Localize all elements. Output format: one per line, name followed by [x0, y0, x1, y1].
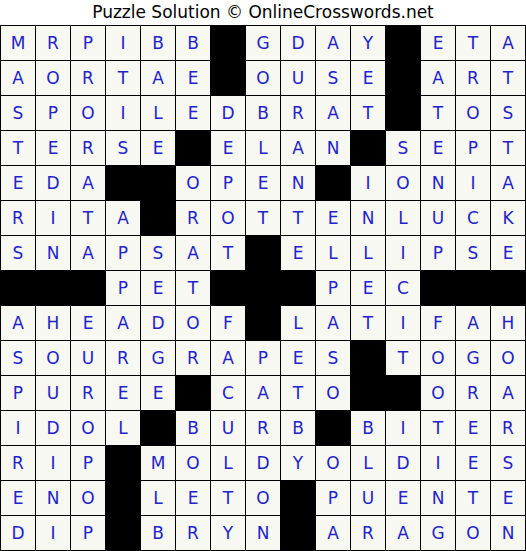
block-cell-r10c11: [351, 341, 385, 375]
letter-cell-r13c10: O: [316, 446, 350, 480]
letter-cell-r3c3: O: [71, 96, 105, 130]
letter-cell-r6c4: A: [106, 201, 140, 235]
letter-cell-r6c3: T: [71, 201, 105, 235]
letter-cell-r14c14: T: [456, 481, 490, 515]
letter-cell-r15c13: G: [421, 516, 455, 550]
letter-cell-r10c4: R: [106, 341, 140, 375]
letter-cell-r11c3: R: [71, 376, 105, 410]
letter-cell-r10c13: O: [421, 341, 455, 375]
block-cell-r1c7: [211, 26, 245, 60]
letter-cell-r9c2: H: [36, 306, 70, 340]
letter-cell-r11c8: A: [246, 376, 280, 410]
letter-cell-r14c2: N: [36, 481, 70, 515]
letter-cell-r12c8: R: [246, 411, 280, 445]
letter-cell-r2c13: A: [421, 61, 455, 95]
letter-cell-r3c6: E: [176, 96, 210, 130]
letter-cell-r8c12: C: [386, 271, 420, 305]
letter-cell-r15c14: O: [456, 516, 490, 550]
letter-cell-r6c12: L: [386, 201, 420, 235]
letter-cell-r1c15: A: [491, 26, 525, 60]
letter-cell-r4c5: E: [141, 131, 175, 165]
block-cell-r5c4: [106, 166, 140, 200]
letter-cell-r7c13: P: [421, 236, 455, 270]
block-cell-r3c12: [386, 96, 420, 130]
letter-cell-r10c7: A: [211, 341, 245, 375]
letter-cell-r13c7: L: [211, 446, 245, 480]
block-cell-r8c7: [211, 271, 245, 305]
block-cell-r13c4: [106, 446, 140, 480]
letter-cell-r14c1: E: [1, 481, 35, 515]
letter-cell-r7c1: S: [1, 236, 35, 270]
letter-cell-r2c10: S: [316, 61, 350, 95]
letter-cell-r14c8: O: [246, 481, 280, 515]
letter-cell-r6c2: I: [36, 201, 70, 235]
letter-cell-r3c2: P: [36, 96, 70, 130]
letter-cell-r14c6: E: [176, 481, 210, 515]
letter-cell-r11c14: R: [456, 376, 490, 410]
letter-cell-r13c6: O: [176, 446, 210, 480]
letter-cell-r10c6: R: [176, 341, 210, 375]
block-cell-r11c12: [386, 376, 420, 410]
letter-cell-r7c9: E: [281, 236, 315, 270]
letter-cell-r13c2: I: [36, 446, 70, 480]
letter-cell-r7c11: L: [351, 236, 385, 270]
letter-cell-r5c3: A: [71, 166, 105, 200]
letter-cell-r10c5: G: [141, 341, 175, 375]
block-cell-r2c7: [211, 61, 245, 95]
block-cell-r11c6: [176, 376, 210, 410]
letter-cell-r13c13: I: [421, 446, 455, 480]
letter-cell-r1c5: B: [141, 26, 175, 60]
letter-cell-r4c10: N: [316, 131, 350, 165]
letter-cell-r5c13: N: [421, 166, 455, 200]
letter-cell-r4c15: T: [491, 131, 525, 165]
block-cell-r4c6: [176, 131, 210, 165]
letter-cell-r10c14: G: [456, 341, 490, 375]
block-cell-r8c14: [456, 271, 490, 305]
letter-cell-r1c14: T: [456, 26, 490, 60]
letter-cell-r13c15: S: [491, 446, 525, 480]
letter-cell-r12c14: E: [456, 411, 490, 445]
block-cell-r15c4: [106, 516, 140, 550]
letter-cell-r7c10: L: [316, 236, 350, 270]
letter-cell-r4c1: T: [1, 131, 35, 165]
letter-cell-r4c3: R: [71, 131, 105, 165]
crossword-grid: MRPIBBGDAYETAAORTAEOUSEARTSPOILEDBRATTOS…: [0, 25, 526, 551]
letter-cell-r15c3: P: [71, 516, 105, 550]
letter-cell-r15c6: R: [176, 516, 210, 550]
letter-cell-r11c9: T: [281, 376, 315, 410]
letter-cell-r6c7: O: [211, 201, 245, 235]
block-cell-r14c4: [106, 481, 140, 515]
letter-cell-r3c11: T: [351, 96, 385, 130]
letter-cell-r2c1: A: [1, 61, 35, 95]
letter-cell-r7c5: S: [141, 236, 175, 270]
letter-cell-r9c9: L: [281, 306, 315, 340]
block-cell-r12c5: [141, 411, 175, 445]
letter-cell-r11c5: E: [141, 376, 175, 410]
letter-cell-r6c11: N: [351, 201, 385, 235]
letter-cell-r15c2: I: [36, 516, 70, 550]
letter-cell-r1c13: E: [421, 26, 455, 60]
letter-cell-r7c2: N: [36, 236, 70, 270]
block-cell-r5c5: [141, 166, 175, 200]
letter-cell-r9c11: T: [351, 306, 385, 340]
letter-cell-r11c2: U: [36, 376, 70, 410]
letter-cell-r6c8: T: [246, 201, 280, 235]
letter-cell-r13c9: Y: [281, 446, 315, 480]
letter-cell-r10c15: O: [491, 341, 525, 375]
letter-cell-r11c7: C: [211, 376, 245, 410]
letter-cell-r5c7: P: [211, 166, 245, 200]
block-cell-r11c11: [351, 376, 385, 410]
letter-cell-r8c6: T: [176, 271, 210, 305]
block-cell-r4c11: [351, 131, 385, 165]
letter-cell-r5c6: O: [176, 166, 210, 200]
letter-cell-r13c3: P: [71, 446, 105, 480]
letter-cell-r1c6: B: [176, 26, 210, 60]
letter-cell-r11c4: E: [106, 376, 140, 410]
letter-cell-r13c8: D: [246, 446, 280, 480]
letter-cell-r13c11: L: [351, 446, 385, 480]
letter-cell-r14c15: E: [491, 481, 525, 515]
letter-cell-r3c1: S: [1, 96, 35, 130]
letter-cell-r10c1: S: [1, 341, 35, 375]
block-cell-r9c8: [246, 306, 280, 340]
letter-cell-r2c8: O: [246, 61, 280, 95]
letter-cell-r9c13: F: [421, 306, 455, 340]
letter-cell-r15c7: Y: [211, 516, 245, 550]
letter-cell-r7c7: T: [211, 236, 245, 270]
letter-cell-r11c15: A: [491, 376, 525, 410]
letter-cell-r1c1: M: [1, 26, 35, 60]
letter-cell-r11c10: O: [316, 376, 350, 410]
letter-cell-r15c11: R: [351, 516, 385, 550]
letter-cell-r9c7: F: [211, 306, 245, 340]
letter-cell-r4c14: P: [456, 131, 490, 165]
letter-cell-r14c12: E: [386, 481, 420, 515]
letter-cell-r6c13: U: [421, 201, 455, 235]
letter-cell-r5c9: N: [281, 166, 315, 200]
block-cell-r8c8: [246, 271, 280, 305]
letter-cell-r3c5: L: [141, 96, 175, 130]
letter-cell-r8c4: P: [106, 271, 140, 305]
block-cell-r12c10: [316, 411, 350, 445]
letter-cell-r12c2: D: [36, 411, 70, 445]
letter-cell-r5c12: O: [386, 166, 420, 200]
letter-cell-r2c3: R: [71, 61, 105, 95]
block-cell-r1c12: [386, 26, 420, 60]
letter-cell-r4c13: E: [421, 131, 455, 165]
letter-cell-r15c1: D: [1, 516, 35, 550]
letter-cell-r9c12: I: [386, 306, 420, 340]
letter-cell-r6c9: T: [281, 201, 315, 235]
letter-cell-r12c15: R: [491, 411, 525, 445]
letter-cell-r5c15: A: [491, 166, 525, 200]
letter-cell-r10c9: E: [281, 341, 315, 375]
letter-cell-r15c15: N: [491, 516, 525, 550]
letter-cell-r9c6: O: [176, 306, 210, 340]
letter-cell-r7c3: A: [71, 236, 105, 270]
letter-cell-r6c1: R: [1, 201, 35, 235]
letter-cell-r14c13: N: [421, 481, 455, 515]
letter-cell-r13c5: M: [141, 446, 175, 480]
block-cell-r8c2: [36, 271, 70, 305]
letter-cell-r1c3: P: [71, 26, 105, 60]
letter-cell-r5c2: D: [36, 166, 70, 200]
letter-cell-r14c10: P: [316, 481, 350, 515]
block-cell-r15c9: [281, 516, 315, 550]
letter-cell-r12c3: O: [71, 411, 105, 445]
block-cell-r6c5: [141, 201, 175, 235]
letter-cell-r2c11: E: [351, 61, 385, 95]
letter-cell-r3c8: B: [246, 96, 280, 130]
letter-cell-r6c10: E: [316, 201, 350, 235]
block-cell-r8c15: [491, 271, 525, 305]
letter-cell-r14c7: T: [211, 481, 245, 515]
letter-cell-r10c3: U: [71, 341, 105, 375]
title-bar: Puzzle Solution © OnlineCrosswords.net: [0, 0, 526, 25]
letter-cell-r9c1: A: [1, 306, 35, 340]
letter-cell-r14c5: L: [141, 481, 175, 515]
letter-cell-r4c8: L: [246, 131, 280, 165]
letter-cell-r12c1: I: [1, 411, 35, 445]
letter-cell-r5c1: E: [1, 166, 35, 200]
letter-cell-r13c1: R: [1, 446, 35, 480]
letter-cell-r11c1: P: [1, 376, 35, 410]
letter-cell-r15c10: A: [316, 516, 350, 550]
block-cell-r8c9: [281, 271, 315, 305]
letter-cell-r6c15: K: [491, 201, 525, 235]
letter-cell-r11c13: O: [421, 376, 455, 410]
letter-cell-r3c9: R: [281, 96, 315, 130]
letter-cell-r9c4: A: [106, 306, 140, 340]
letter-cell-r1c2: R: [36, 26, 70, 60]
letter-cell-r12c6: B: [176, 411, 210, 445]
letter-cell-r2c5: A: [141, 61, 175, 95]
letter-cell-r15c8: N: [246, 516, 280, 550]
block-cell-r8c3: [71, 271, 105, 305]
letter-cell-r13c12: D: [386, 446, 420, 480]
letter-cell-r4c2: E: [36, 131, 70, 165]
letter-cell-r12c7: U: [211, 411, 245, 445]
letter-cell-r6c6: R: [176, 201, 210, 235]
letter-cell-r1c11: Y: [351, 26, 385, 60]
letter-cell-r9c14: A: [456, 306, 490, 340]
letter-cell-r3c14: O: [456, 96, 490, 130]
letter-cell-r3c15: S: [491, 96, 525, 130]
letter-cell-r6c14: C: [456, 201, 490, 235]
letter-cell-r1c4: I: [106, 26, 140, 60]
letter-cell-r2c15: T: [491, 61, 525, 95]
letter-cell-r7c4: P: [106, 236, 140, 270]
letter-cell-r7c15: E: [491, 236, 525, 270]
letter-cell-r10c2: O: [36, 341, 70, 375]
letter-cell-r7c14: S: [456, 236, 490, 270]
letter-cell-r4c4: S: [106, 131, 140, 165]
letter-cell-r3c4: I: [106, 96, 140, 130]
letter-cell-r3c7: D: [211, 96, 245, 130]
letter-cell-r9c3: E: [71, 306, 105, 340]
block-cell-r8c13: [421, 271, 455, 305]
letter-cell-r10c12: T: [386, 341, 420, 375]
letter-cell-r5c11: I: [351, 166, 385, 200]
letter-cell-r2c14: R: [456, 61, 490, 95]
letter-cell-r10c10: S: [316, 341, 350, 375]
letter-cell-r4c9: A: [281, 131, 315, 165]
letter-cell-r12c9: B: [281, 411, 315, 445]
letter-cell-r4c7: E: [211, 131, 245, 165]
letter-cell-r1c10: A: [316, 26, 350, 60]
block-cell-r8c1: [1, 271, 35, 305]
letter-cell-r3c13: T: [421, 96, 455, 130]
letter-cell-r2c9: U: [281, 61, 315, 95]
letter-cell-r9c15: H: [491, 306, 525, 340]
letter-cell-r12c11: B: [351, 411, 385, 445]
block-cell-r14c9: [281, 481, 315, 515]
letter-cell-r13c14: E: [456, 446, 490, 480]
block-cell-r5c10: [316, 166, 350, 200]
letter-cell-r4c12: S: [386, 131, 420, 165]
letter-cell-r7c12: I: [386, 236, 420, 270]
letter-cell-r9c5: D: [141, 306, 175, 340]
letter-cell-r14c11: U: [351, 481, 385, 515]
letter-cell-r15c12: A: [386, 516, 420, 550]
letter-cell-r14c3: O: [71, 481, 105, 515]
block-cell-r7c8: [246, 236, 280, 270]
letter-cell-r15c5: B: [141, 516, 175, 550]
letter-cell-r5c8: E: [246, 166, 280, 200]
page-title: Puzzle Solution © OnlineCrosswords.net: [92, 0, 434, 25]
letter-cell-r9c10: A: [316, 306, 350, 340]
letter-cell-r10c8: P: [246, 341, 280, 375]
letter-cell-r1c9: D: [281, 26, 315, 60]
block-cell-r2c12: [386, 61, 420, 95]
letter-cell-r7c6: A: [176, 236, 210, 270]
letter-cell-r8c10: P: [316, 271, 350, 305]
letter-cell-r2c4: T: [106, 61, 140, 95]
crossword-solution-page: Puzzle Solution © OnlineCrosswords.net M…: [0, 0, 526, 551]
letter-cell-r8c5: E: [141, 271, 175, 305]
letter-cell-r1c8: G: [246, 26, 280, 60]
letter-cell-r3c10: A: [316, 96, 350, 130]
letter-cell-r12c13: T: [421, 411, 455, 445]
letter-cell-r12c4: L: [106, 411, 140, 445]
letter-cell-r2c2: O: [36, 61, 70, 95]
letter-cell-r12c12: I: [386, 411, 420, 445]
letter-cell-r5c14: I: [456, 166, 490, 200]
letter-cell-r2c6: E: [176, 61, 210, 95]
letter-cell-r8c11: E: [351, 271, 385, 305]
